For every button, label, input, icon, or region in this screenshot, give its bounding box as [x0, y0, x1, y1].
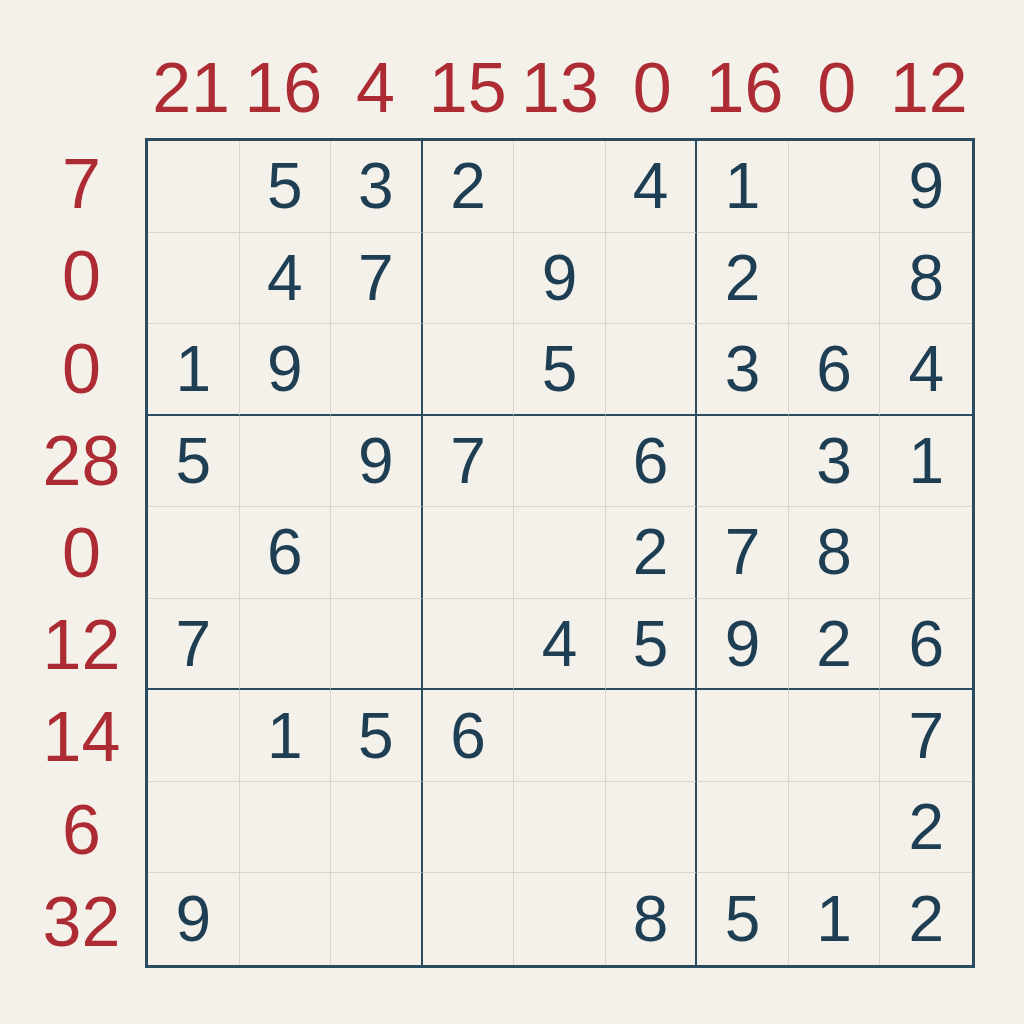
given-digit: 5: [358, 704, 394, 768]
cell-r3c7[interactable]: 3: [697, 324, 789, 416]
cell-r4c8[interactable]: 3: [789, 416, 881, 508]
cell-r4c7[interactable]: [697, 416, 789, 508]
cell-r3c9[interactable]: 4: [880, 324, 972, 416]
cell-r3c4[interactable]: [423, 324, 515, 416]
given-digit: 9: [908, 154, 944, 218]
cell-r4c5[interactable]: [514, 416, 606, 508]
cell-r9c7[interactable]: 5: [697, 873, 789, 965]
column-clue-3: 4: [329, 44, 421, 132]
cell-r8c4[interactable]: [423, 782, 515, 874]
cell-r2c5[interactable]: 9: [514, 233, 606, 325]
given-digit: 3: [725, 337, 761, 401]
given-digit: 6: [267, 520, 303, 584]
cell-r6c1[interactable]: 7: [148, 599, 240, 691]
cell-r4c1[interactable]: 5: [148, 416, 240, 508]
cell-r2c4[interactable]: [423, 233, 515, 325]
row-clue-9: 32: [18, 876, 145, 968]
given-digit: 9: [267, 337, 303, 401]
given-digit: 9: [725, 612, 761, 676]
cell-r4c2[interactable]: [240, 416, 332, 508]
given-digit: 1: [816, 887, 852, 951]
cell-r1c9[interactable]: 9: [880, 141, 972, 233]
given-digit: 1: [175, 337, 211, 401]
given-digit: 6: [908, 612, 944, 676]
given-digit: 5: [542, 337, 578, 401]
cell-r9c9[interactable]: 2: [880, 873, 972, 965]
cell-r1c2[interactable]: 5: [240, 141, 332, 233]
given-digit: 4: [633, 154, 669, 218]
cell-r4c9[interactable]: 1: [880, 416, 972, 508]
cell-r2c8[interactable]: [789, 233, 881, 325]
column-clue-6: 0: [606, 44, 698, 132]
cell-r2c9[interactable]: 8: [880, 233, 972, 325]
cell-r8c7[interactable]: [697, 782, 789, 874]
given-digit: 2: [908, 795, 944, 859]
cell-r1c5[interactable]: [514, 141, 606, 233]
given-digit: 7: [908, 704, 944, 768]
cell-r4c6[interactable]: 6: [606, 416, 698, 508]
cell-r7c5[interactable]: [514, 690, 606, 782]
cell-r3c2[interactable]: 9: [240, 324, 332, 416]
given-digit: 1: [725, 154, 761, 218]
cell-r5c6[interactable]: 2: [606, 507, 698, 599]
puzzle-page: 211641513016012 7002801214632 5324194792…: [0, 0, 1024, 1024]
cell-r1c3[interactable]: 3: [331, 141, 423, 233]
given-digit: 6: [450, 704, 486, 768]
given-digit: 2: [816, 612, 852, 676]
given-digit: 2: [725, 246, 761, 310]
cell-r9c2[interactable]: [240, 873, 332, 965]
given-digit: 7: [450, 429, 486, 493]
column-clues: 211641513016012: [145, 44, 975, 132]
cell-r6c8[interactable]: 2: [789, 599, 881, 691]
cell-r6c3[interactable]: [331, 599, 423, 691]
given-digit: 7: [358, 246, 394, 310]
row-clues: 7002801214632: [18, 138, 145, 968]
cell-r1c7[interactable]: 1: [697, 141, 789, 233]
cell-r3c6[interactable]: [606, 324, 698, 416]
column-clue-8: 0: [791, 44, 883, 132]
cell-r9c5[interactable]: [514, 873, 606, 965]
cell-r1c8[interactable]: [789, 141, 881, 233]
cell-r5c1[interactable]: [148, 507, 240, 599]
row-clue-5: 0: [18, 507, 145, 599]
given-digit: 2: [633, 520, 669, 584]
cell-r1c1[interactable]: [148, 141, 240, 233]
column-clue-9: 12: [883, 44, 975, 132]
given-digit: 2: [908, 887, 944, 951]
cell-r5c7[interactable]: 7: [697, 507, 789, 599]
given-digit: 2: [450, 154, 486, 218]
given-digit: 9: [358, 429, 394, 493]
cell-r7c1[interactable]: [148, 690, 240, 782]
cell-r6c7[interactable]: 9: [697, 599, 789, 691]
given-digit: 4: [908, 337, 944, 401]
row-clue-3: 0: [18, 322, 145, 414]
cell-r4c4[interactable]: 7: [423, 416, 515, 508]
given-digit: 1: [267, 704, 303, 768]
given-digit: 7: [175, 612, 211, 676]
given-digit: 9: [175, 887, 211, 951]
cell-r3c3[interactable]: [331, 324, 423, 416]
cell-r8c8[interactable]: [789, 782, 881, 874]
cell-r5c4[interactable]: [423, 507, 515, 599]
cell-r2c2[interactable]: 4: [240, 233, 332, 325]
cell-r7c9[interactable]: 7: [880, 690, 972, 782]
cell-r6c9[interactable]: 6: [880, 599, 972, 691]
cell-r8c1[interactable]: [148, 782, 240, 874]
cell-r5c2[interactable]: 6: [240, 507, 332, 599]
cell-r8c2[interactable]: [240, 782, 332, 874]
cell-r6c4[interactable]: [423, 599, 515, 691]
cell-r2c7[interactable]: 2: [697, 233, 789, 325]
cell-r7c7[interactable]: [697, 690, 789, 782]
cell-r7c4[interactable]: 6: [423, 690, 515, 782]
cell-r9c3[interactable]: [331, 873, 423, 965]
row-clue-7: 14: [18, 691, 145, 783]
given-digit: 1: [908, 429, 944, 493]
cell-r2c6[interactable]: [606, 233, 698, 325]
cell-r3c1[interactable]: 1: [148, 324, 240, 416]
given-digit: 8: [816, 520, 852, 584]
given-digit: 8: [908, 246, 944, 310]
cell-r8c6[interactable]: [606, 782, 698, 874]
given-digit: 6: [633, 429, 669, 493]
given-digit: 3: [816, 429, 852, 493]
cell-r2c1[interactable]: [148, 233, 240, 325]
column-clue-2: 16: [237, 44, 329, 132]
cell-r8c9[interactable]: 2: [880, 782, 972, 874]
given-digit: 5: [267, 154, 303, 218]
given-digit: 8: [633, 887, 669, 951]
cell-r3c5[interactable]: 5: [514, 324, 606, 416]
cell-r8c3[interactable]: [331, 782, 423, 874]
row-clue-1: 7: [18, 138, 145, 230]
cell-r3c8[interactable]: 6: [789, 324, 881, 416]
cell-r6c5[interactable]: 4: [514, 599, 606, 691]
cell-r4c3[interactable]: 9: [331, 416, 423, 508]
given-digit: 6: [816, 337, 852, 401]
column-clue-4: 15: [422, 44, 514, 132]
cell-r5c8[interactable]: 8: [789, 507, 881, 599]
cell-r2c3[interactable]: 7: [331, 233, 423, 325]
cell-r7c2[interactable]: 1: [240, 690, 332, 782]
cell-r5c3[interactable]: [331, 507, 423, 599]
row-clue-4: 28: [18, 415, 145, 507]
cell-r7c6[interactable]: [606, 690, 698, 782]
column-clue-1: 21: [145, 44, 237, 132]
cell-r6c2[interactable]: [240, 599, 332, 691]
given-digit: 4: [542, 612, 578, 676]
given-digit: 9: [542, 246, 578, 310]
cell-r9c4[interactable]: [423, 873, 515, 965]
cell-r8c5[interactable]: [514, 782, 606, 874]
given-digit: 7: [725, 520, 761, 584]
row-clue-8: 6: [18, 784, 145, 876]
row-clue-6: 12: [18, 599, 145, 691]
cell-r7c8[interactable]: [789, 690, 881, 782]
cell-r9c1[interactable]: 9: [148, 873, 240, 965]
cell-r1c6[interactable]: 4: [606, 141, 698, 233]
given-digit: 5: [725, 887, 761, 951]
cell-r5c5[interactable]: [514, 507, 606, 599]
column-clue-5: 13: [514, 44, 606, 132]
given-digit: 5: [633, 612, 669, 676]
cell-r9c6[interactable]: 8: [606, 873, 698, 965]
column-clue-7: 16: [698, 44, 790, 132]
cell-r6c6[interactable]: 5: [606, 599, 698, 691]
given-digit: 4: [267, 246, 303, 310]
given-digit: 3: [358, 154, 394, 218]
cell-r5c9[interactable]: [880, 507, 972, 599]
sudoku-board: 5324194792819536459763162787459261567298…: [145, 138, 975, 968]
given-digit: 5: [175, 429, 211, 493]
cell-r1c4[interactable]: 2: [423, 141, 515, 233]
row-clue-2: 0: [18, 230, 145, 322]
cell-r7c3[interactable]: 5: [331, 690, 423, 782]
cell-r9c8[interactable]: 1: [789, 873, 881, 965]
